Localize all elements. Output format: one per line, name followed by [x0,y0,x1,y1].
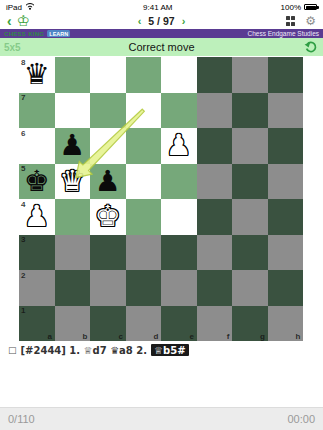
square-g2[interactable] [232,270,268,306]
white-pawn-e6[interactable]: ♟ [166,128,192,163]
file-label-f: f [227,332,230,341]
square-c1[interactable]: c [90,306,126,342]
score-label: 0/110 [8,413,35,425]
square-b6[interactable]: ♟ [55,128,91,164]
square-c3[interactable] [90,235,126,271]
white-king-c4[interactable]: ♚ [95,199,121,234]
square-f5[interactable] [197,164,233,200]
app-screen: iPad 9:41 AM 100% ‹ ♔ ‹ 5 / 97 › [0,0,323,430]
rank-label-3: 3 [21,235,25,244]
wifi-icon [25,2,35,12]
square-e1[interactable]: e [161,306,197,342]
square-a7[interactable]: 7 [19,93,55,129]
square-b7[interactable] [55,93,91,129]
chess-board: 8♛76♟♟5♚♛♟4♟♚321abcdefgh [19,57,303,341]
battery-percent: 100% [281,3,301,12]
rank-label-2: 2 [21,271,25,280]
rank-label-7: 7 [21,93,25,102]
square-a8[interactable]: 8♛ [19,57,55,93]
square-c8[interactable] [90,57,126,93]
side-to-move-icon: □ [8,345,17,355]
square-c4[interactable]: ♚ [90,199,126,235]
square-f4[interactable] [197,199,233,235]
square-c6[interactable] [90,128,126,164]
footer-bar: 0/110 00:00 [0,407,323,430]
file-label-a: a [48,332,52,341]
square-g1[interactable]: g [232,306,268,342]
board-size-label: 5x5 [4,42,21,53]
square-f6[interactable] [197,128,233,164]
clock-label: 9:41 AM [143,3,172,12]
square-e4[interactable] [161,199,197,235]
square-a5[interactable]: 5♚ [19,164,55,200]
square-h4[interactable] [268,199,304,235]
white-pawn-a4[interactable]: ♟ [24,199,50,234]
learn-badge: LEARN [47,30,70,37]
square-d4[interactable] [126,199,162,235]
puzzle-grid-icon[interactable] [286,16,296,26]
square-d1[interactable]: d [126,306,162,342]
square-a3[interactable]: 3 [19,235,55,271]
square-f2[interactable] [197,270,233,306]
black-pawn-b6[interactable]: ♟ [59,128,85,163]
square-e5[interactable] [161,164,197,200]
course-title-label: Chess Endgame Studies [247,30,319,37]
square-c7[interactable] [90,93,126,129]
black-pawn-c5[interactable]: ♟ [95,164,121,199]
rank-label-1: 1 [21,306,25,315]
square-a6[interactable]: 6 [19,128,55,164]
square-h6[interactable] [268,128,304,164]
square-h1[interactable]: h [268,306,304,342]
square-h5[interactable] [268,164,304,200]
square-d5[interactable] [126,164,162,200]
square-g5[interactable] [232,164,268,200]
file-label-c: c [119,332,123,341]
square-e8[interactable] [161,57,197,93]
square-d3[interactable] [126,235,162,271]
square-b2[interactable] [55,270,91,306]
square-f3[interactable] [197,235,233,271]
square-g3[interactable] [232,235,268,271]
square-e2[interactable] [161,270,197,306]
square-e6[interactable]: ♟ [161,128,197,164]
brand-bar: CHESS KING LEARN Chess Endgame Studies [0,29,323,38]
square-g8[interactable] [232,57,268,93]
file-label-g: g [260,332,265,341]
white-queen-b5[interactable]: ♛ [59,164,85,199]
square-b1[interactable]: b [55,306,91,342]
move-notation-line: □ [#2444] 1. ♕d7 ♛a8 2. ♕b5# [8,344,315,356]
square-f8[interactable] [197,57,233,93]
square-g4[interactable] [232,199,268,235]
battery-icon [304,4,317,10]
chess-king-logo-icon[interactable]: ♔ [17,14,30,29]
message-bar: 5x5 Correct move [0,38,323,56]
app-name-label: CHESS KING [4,31,44,37]
next-puzzle-button[interactable]: › [182,15,186,27]
square-g7[interactable] [232,93,268,129]
current-move-highlight[interactable]: ♕b5# [151,344,188,356]
carrier-label: iPad [6,3,22,12]
square-h3[interactable] [268,235,304,271]
square-e3[interactable] [161,235,197,271]
square-e7[interactable] [161,93,197,129]
back-button[interactable]: ‹ [7,14,12,28]
nav-bar: ‹ ♔ ‹ 5 / 97 › ⚙ [0,13,323,29]
square-d2[interactable] [126,270,162,306]
square-h2[interactable] [268,270,304,306]
rank-label-6: 6 [21,129,25,138]
square-b5[interactable]: ♛ [55,164,91,200]
square-h8[interactable] [268,57,304,93]
file-label-h: h [296,332,301,341]
square-a4[interactable]: 4♟ [19,199,55,235]
prev-puzzle-button[interactable]: ‹ [138,15,142,27]
feedback-message: Correct move [0,41,323,53]
undo-icon[interactable] [304,40,318,58]
board-area: 8♛76♟♟5♚♛♟4♟♚321abcdefgh [19,57,303,341]
square-f7[interactable] [197,93,233,129]
square-f1[interactable]: f [197,306,233,342]
square-d7[interactable] [126,93,162,129]
square-g6[interactable] [232,128,268,164]
square-b4[interactable] [55,199,91,235]
black-king-a5[interactable]: ♚ [24,164,50,199]
black-queen-a8[interactable]: ♛ [24,57,50,92]
status-bar: iPad 9:41 AM 100% [0,0,323,14]
timer-label: 00:00 [287,413,315,425]
file-label-b: b [83,332,88,341]
square-d8[interactable] [126,57,162,93]
square-h7[interactable] [268,93,304,129]
file-label-e: e [190,332,194,341]
square-d6[interactable] [126,128,162,164]
square-b3[interactable] [55,235,91,271]
square-c2[interactable] [90,270,126,306]
file-label-d: d [154,332,159,341]
square-c5[interactable]: ♟ [90,164,126,200]
gear-icon[interactable]: ⚙ [305,15,316,27]
square-a2[interactable]: 2 [19,270,55,306]
square-a1[interactable]: 1a [19,306,55,342]
square-b8[interactable] [55,57,91,93]
puzzle-counter: 5 / 97 [148,15,174,27]
move-text[interactable]: [#2444] 1. ♕d7 ♛a8 2. [21,345,148,356]
